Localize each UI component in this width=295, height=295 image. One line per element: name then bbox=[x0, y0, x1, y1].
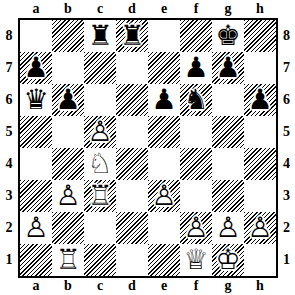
piece-fill-layer: ♜ bbox=[84, 20, 116, 52]
piece-white-knight: ♞♘ bbox=[84, 148, 116, 180]
piece-fill-layer: ♟ bbox=[212, 52, 244, 84]
chess-board: ♜♜♚♟♟♟♛♟♟♞♟♟♙♞♘♟♙♜♖♟♙♟♙♟♙♟♙♟♙♜♖♛♕♚♔ bbox=[18, 18, 278, 278]
piece-outline-layer: ♔ bbox=[212, 244, 244, 276]
square-g8[interactable]: ♚ bbox=[212, 20, 244, 52]
piece-outline-layer: ♘ bbox=[84, 148, 116, 180]
rank-label-1: 1 bbox=[0, 244, 18, 276]
square-c3[interactable]: ♜♖ bbox=[84, 180, 116, 212]
square-c1[interactable] bbox=[84, 244, 116, 276]
file-label-b: b bbox=[52, 0, 84, 18]
rank-labels-right: 87654321 bbox=[278, 18, 295, 278]
square-a2[interactable]: ♟♙ bbox=[20, 212, 52, 244]
piece-white-king: ♚♔ bbox=[212, 244, 244, 276]
square-a4[interactable] bbox=[20, 148, 52, 180]
square-e5[interactable] bbox=[148, 116, 180, 148]
square-f6[interactable]: ♞ bbox=[180, 84, 212, 116]
square-a5[interactable] bbox=[20, 116, 52, 148]
piece-white-pawn: ♟♙ bbox=[148, 180, 180, 212]
piece-white-pawn: ♟♙ bbox=[180, 212, 212, 244]
rank-label-3: 3 bbox=[278, 180, 295, 212]
square-h3[interactable] bbox=[244, 180, 276, 212]
piece-black-pawn: ♟ bbox=[212, 52, 244, 84]
piece-fill-layer: ♟ bbox=[52, 84, 84, 116]
piece-white-pawn: ♟♙ bbox=[20, 212, 52, 244]
square-g6[interactable] bbox=[212, 84, 244, 116]
rank-label-2: 2 bbox=[278, 212, 295, 244]
square-e3[interactable]: ♟♙ bbox=[148, 180, 180, 212]
square-f7[interactable]: ♟ bbox=[180, 52, 212, 84]
square-b7[interactable] bbox=[52, 52, 84, 84]
square-a6[interactable]: ♛ bbox=[20, 84, 52, 116]
file-label-d: d bbox=[116, 0, 148, 18]
piece-outline-layer: ♙ bbox=[20, 212, 52, 244]
piece-black-pawn: ♟ bbox=[52, 84, 84, 116]
file-label-a: a bbox=[20, 278, 52, 295]
file-label-f: f bbox=[180, 278, 212, 295]
piece-white-rook: ♜♖ bbox=[84, 180, 116, 212]
square-g2[interactable]: ♟♙ bbox=[212, 212, 244, 244]
square-e7[interactable] bbox=[148, 52, 180, 84]
square-c2[interactable] bbox=[84, 212, 116, 244]
piece-black-king: ♚ bbox=[212, 20, 244, 52]
file-label-c: c bbox=[84, 278, 116, 295]
file-label-e: e bbox=[148, 278, 180, 295]
square-h4[interactable] bbox=[244, 148, 276, 180]
square-b5[interactable] bbox=[52, 116, 84, 148]
square-e2[interactable] bbox=[148, 212, 180, 244]
piece-fill-layer: ♞ bbox=[180, 84, 212, 116]
piece-fill-layer: ♚ bbox=[212, 20, 244, 52]
piece-outline-layer: ♙ bbox=[180, 212, 212, 244]
square-b2[interactable] bbox=[52, 212, 84, 244]
piece-fill-layer: ♟ bbox=[20, 52, 52, 84]
piece-black-queen: ♛ bbox=[20, 84, 52, 116]
file-label-g: g bbox=[212, 278, 244, 295]
square-d1[interactable] bbox=[116, 244, 148, 276]
square-c5[interactable]: ♟♙ bbox=[84, 116, 116, 148]
square-h6[interactable]: ♟ bbox=[244, 84, 276, 116]
square-f5[interactable] bbox=[180, 116, 212, 148]
file-label-e: e bbox=[148, 0, 180, 18]
square-d3[interactable] bbox=[116, 180, 148, 212]
chess-diagram: abcdefgh 87654321 ♜♜♚♟♟♟♛♟♟♞♟♟♙♞♘♟♙♜♖♟♙♟… bbox=[0, 0, 295, 295]
piece-black-rook: ♜ bbox=[84, 20, 116, 52]
square-f2[interactable]: ♟♙ bbox=[180, 212, 212, 244]
rank-label-8: 8 bbox=[278, 20, 295, 52]
square-d8[interactable]: ♜ bbox=[116, 20, 148, 52]
rank-label-4: 4 bbox=[278, 148, 295, 180]
corner-top-right bbox=[278, 0, 295, 18]
square-e4[interactable] bbox=[148, 148, 180, 180]
square-h7[interactable] bbox=[244, 52, 276, 84]
square-h1[interactable] bbox=[244, 244, 276, 276]
square-h8[interactable] bbox=[244, 20, 276, 52]
piece-fill-layer: ♟ bbox=[180, 52, 212, 84]
corner-bottom-right bbox=[278, 278, 295, 295]
piece-white-pawn: ♟♙ bbox=[212, 212, 244, 244]
square-d7[interactable] bbox=[116, 52, 148, 84]
rank-label-5: 5 bbox=[278, 116, 295, 148]
rank-labels-left: 87654321 bbox=[0, 18, 18, 278]
square-e6[interactable]: ♟ bbox=[148, 84, 180, 116]
piece-black-pawn: ♟ bbox=[244, 84, 276, 116]
square-f8[interactable] bbox=[180, 20, 212, 52]
piece-white-pawn: ♟♙ bbox=[244, 212, 276, 244]
piece-black-pawn: ♟ bbox=[180, 52, 212, 84]
square-b4[interactable] bbox=[52, 148, 84, 180]
piece-outline-layer: ♙ bbox=[52, 180, 84, 212]
square-g5[interactable] bbox=[212, 116, 244, 148]
piece-fill-layer: ♜ bbox=[116, 20, 148, 52]
file-labels-top: abcdefgh bbox=[18, 0, 278, 18]
square-a7[interactable]: ♟ bbox=[20, 52, 52, 84]
square-e8[interactable] bbox=[148, 20, 180, 52]
piece-outline-layer: ♖ bbox=[84, 180, 116, 212]
file-label-a: a bbox=[20, 0, 52, 18]
piece-outline-layer: ♙ bbox=[244, 212, 276, 244]
rank-label-1: 1 bbox=[278, 244, 295, 276]
file-label-b: b bbox=[52, 278, 84, 295]
file-label-d: d bbox=[116, 278, 148, 295]
piece-outline-layer: ♕ bbox=[180, 244, 212, 276]
piece-outline-layer: ♙ bbox=[148, 180, 180, 212]
file-label-g: g bbox=[212, 0, 244, 18]
square-b8[interactable] bbox=[52, 20, 84, 52]
square-g1[interactable]: ♚♔ bbox=[212, 244, 244, 276]
piece-outline-layer: ♙ bbox=[84, 116, 116, 148]
file-label-f: f bbox=[180, 0, 212, 18]
square-b6[interactable]: ♟ bbox=[52, 84, 84, 116]
rank-label-7: 7 bbox=[278, 52, 295, 84]
square-d4[interactable] bbox=[116, 148, 148, 180]
square-f4[interactable] bbox=[180, 148, 212, 180]
chess-diagram-page: abcdefgh 87654321 ♜♜♚♟♟♟♛♟♟♞♟♟♙♞♘♟♙♜♖♟♙♟… bbox=[0, 0, 295, 295]
rank-label-4: 4 bbox=[0, 148, 18, 180]
corner-bottom-left bbox=[0, 278, 18, 295]
rank-label-3: 3 bbox=[0, 180, 18, 212]
rank-label-8: 8 bbox=[0, 20, 18, 52]
piece-black-knight: ♞ bbox=[180, 84, 212, 116]
square-a8[interactable] bbox=[20, 20, 52, 52]
piece-outline-layer: ♖ bbox=[52, 244, 84, 276]
file-labels-bottom: abcdefgh bbox=[18, 278, 278, 295]
piece-black-pawn: ♟ bbox=[20, 52, 52, 84]
square-g4[interactable] bbox=[212, 148, 244, 180]
square-g7[interactable]: ♟ bbox=[212, 52, 244, 84]
rank-label-6: 6 bbox=[0, 84, 18, 116]
square-a3[interactable] bbox=[20, 180, 52, 212]
square-a1[interactable] bbox=[20, 244, 52, 276]
square-c4[interactable]: ♞♘ bbox=[84, 148, 116, 180]
rank-label-7: 7 bbox=[0, 52, 18, 84]
rank-label-6: 6 bbox=[278, 84, 295, 116]
file-label-h: h bbox=[244, 0, 276, 18]
piece-white-queen: ♛♕ bbox=[180, 244, 212, 276]
piece-white-pawn: ♟♙ bbox=[84, 116, 116, 148]
file-label-h: h bbox=[244, 278, 276, 295]
piece-black-pawn: ♟ bbox=[148, 84, 180, 116]
square-c8[interactable]: ♜ bbox=[84, 20, 116, 52]
piece-fill-layer: ♟ bbox=[148, 84, 180, 116]
square-d6[interactable] bbox=[116, 84, 148, 116]
piece-black-rook: ♜ bbox=[116, 20, 148, 52]
square-f1[interactable]: ♛♕ bbox=[180, 244, 212, 276]
rank-label-2: 2 bbox=[0, 212, 18, 244]
rank-label-5: 5 bbox=[0, 116, 18, 148]
square-h5[interactable] bbox=[244, 116, 276, 148]
square-e1[interactable] bbox=[148, 244, 180, 276]
square-f3[interactable] bbox=[180, 180, 212, 212]
piece-fill-layer: ♛ bbox=[20, 84, 52, 116]
piece-white-rook: ♜♖ bbox=[52, 244, 84, 276]
square-c6[interactable] bbox=[84, 84, 116, 116]
square-d5[interactable] bbox=[116, 116, 148, 148]
corner-top-left bbox=[0, 0, 18, 18]
square-g3[interactable] bbox=[212, 180, 244, 212]
square-b1[interactable]: ♜♖ bbox=[52, 244, 84, 276]
square-d2[interactable] bbox=[116, 212, 148, 244]
square-h2[interactable]: ♟♙ bbox=[244, 212, 276, 244]
piece-outline-layer: ♙ bbox=[212, 212, 244, 244]
file-label-c: c bbox=[84, 0, 116, 18]
piece-fill-layer: ♟ bbox=[244, 84, 276, 116]
piece-white-pawn: ♟♙ bbox=[52, 180, 84, 212]
square-b3[interactable]: ♟♙ bbox=[52, 180, 84, 212]
square-c7[interactable] bbox=[84, 52, 116, 84]
